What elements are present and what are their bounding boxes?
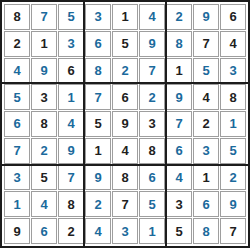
cell-r7c6[interactable]: 6 xyxy=(139,165,165,191)
cell-r8c1[interactable]: 1 xyxy=(4,191,30,217)
cell-r4c8[interactable]: 4 xyxy=(193,84,219,110)
cell-r1c6[interactable]: 4 xyxy=(139,4,165,30)
cell-r4c7[interactable]: 9 xyxy=(166,84,192,110)
cell-r4c1[interactable]: 5 xyxy=(4,84,30,110)
cell-r7c5[interactable]: 8 xyxy=(112,165,138,191)
cell-r2c5[interactable]: 5 xyxy=(112,31,138,57)
cell-r5c9[interactable]: 1 xyxy=(220,111,246,137)
cell-r6c1[interactable]: 7 xyxy=(4,138,30,164)
cell-r8c5[interactable]: 7 xyxy=(112,191,138,217)
cell-r1c8[interactable]: 9 xyxy=(193,4,219,30)
cell-r8c8[interactable]: 6 xyxy=(193,191,219,217)
sudoku-grid: 8753142962136598744968271535317629486845… xyxy=(4,4,246,244)
cell-r4c2[interactable]: 3 xyxy=(31,84,57,110)
cell-r9c3[interactable]: 2 xyxy=(58,218,84,244)
cell-r5c4[interactable]: 5 xyxy=(85,111,111,137)
cell-r2c9[interactable]: 4 xyxy=(220,31,246,57)
cell-r9c8[interactable]: 8 xyxy=(193,218,219,244)
cell-r5c6[interactable]: 3 xyxy=(139,111,165,137)
cell-r6c4[interactable]: 1 xyxy=(85,138,111,164)
cell-r8c4[interactable]: 2 xyxy=(85,191,111,217)
cell-r9c2[interactable]: 6 xyxy=(31,218,57,244)
cell-r7c9[interactable]: 2 xyxy=(220,165,246,191)
cell-r3c4[interactable]: 8 xyxy=(85,58,111,84)
cell-r8c6[interactable]: 5 xyxy=(139,191,165,217)
cell-r5c1[interactable]: 6 xyxy=(4,111,30,137)
cell-r3c1[interactable]: 4 xyxy=(4,58,30,84)
cell-r2c4[interactable]: 6 xyxy=(85,31,111,57)
cell-r6c2[interactable]: 2 xyxy=(31,138,57,164)
cell-r5c8[interactable]: 2 xyxy=(193,111,219,137)
cell-r3c8[interactable]: 5 xyxy=(193,58,219,84)
cell-r7c1[interactable]: 3 xyxy=(4,165,30,191)
cell-r8c3[interactable]: 8 xyxy=(58,191,84,217)
cell-r3c6[interactable]: 7 xyxy=(139,58,165,84)
cell-r8c9[interactable]: 9 xyxy=(220,191,246,217)
cell-r3c3[interactable]: 6 xyxy=(58,58,84,84)
cell-r5c2[interactable]: 8 xyxy=(31,111,57,137)
cell-r3c2[interactable]: 9 xyxy=(31,58,57,84)
cell-r1c7[interactable]: 2 xyxy=(166,4,192,30)
cell-r2c1[interactable]: 2 xyxy=(4,31,30,57)
cell-r2c7[interactable]: 8 xyxy=(166,31,192,57)
cell-r2c6[interactable]: 9 xyxy=(139,31,165,57)
cell-r4c6[interactable]: 2 xyxy=(139,84,165,110)
cell-r9c9[interactable]: 7 xyxy=(220,218,246,244)
cell-r7c7[interactable]: 4 xyxy=(166,165,192,191)
cell-r4c3[interactable]: 1 xyxy=(58,84,84,110)
cell-r9c5[interactable]: 3 xyxy=(112,218,138,244)
cell-r2c2[interactable]: 1 xyxy=(31,31,57,57)
cell-r1c3[interactable]: 5 xyxy=(58,4,84,30)
cell-r1c5[interactable]: 1 xyxy=(112,4,138,30)
cell-r2c8[interactable]: 7 xyxy=(193,31,219,57)
cell-r6c8[interactable]: 3 xyxy=(193,138,219,164)
cell-r3c7[interactable]: 1 xyxy=(166,58,192,84)
cell-r4c9[interactable]: 8 xyxy=(220,84,246,110)
cell-r1c1[interactable]: 8 xyxy=(4,4,30,30)
cell-r6c5[interactable]: 4 xyxy=(112,138,138,164)
cell-r9c1[interactable]: 9 xyxy=(4,218,30,244)
cell-r8c7[interactable]: 3 xyxy=(166,191,192,217)
cell-r7c8[interactable]: 1 xyxy=(193,165,219,191)
cell-r7c3[interactable]: 7 xyxy=(58,165,84,191)
cell-r8c2[interactable]: 4 xyxy=(31,191,57,217)
cell-r1c9[interactable]: 6 xyxy=(220,4,246,30)
cell-r5c3[interactable]: 4 xyxy=(58,111,84,137)
cell-r7c4[interactable]: 9 xyxy=(85,165,111,191)
cell-r4c4[interactable]: 7 xyxy=(85,84,111,110)
cell-r5c7[interactable]: 7 xyxy=(166,111,192,137)
cell-r9c4[interactable]: 4 xyxy=(85,218,111,244)
cell-r3c9[interactable]: 3 xyxy=(220,58,246,84)
cell-r7c2[interactable]: 5 xyxy=(31,165,57,191)
cell-r4c5[interactable]: 6 xyxy=(112,84,138,110)
cell-r1c4[interactable]: 3 xyxy=(85,4,111,30)
cell-r1c2[interactable]: 7 xyxy=(31,4,57,30)
cell-r6c3[interactable]: 9 xyxy=(58,138,84,164)
cell-r9c7[interactable]: 5 xyxy=(166,218,192,244)
cell-r6c6[interactable]: 8 xyxy=(139,138,165,164)
sudoku-board: 8753142962136598744968271535317629486845… xyxy=(0,0,250,248)
cell-r5c5[interactable]: 9 xyxy=(112,111,138,137)
cell-r9c6[interactable]: 1 xyxy=(139,218,165,244)
cell-r2c3[interactable]: 3 xyxy=(58,31,84,57)
cell-r6c9[interactable]: 5 xyxy=(220,138,246,164)
cell-r3c5[interactable]: 2 xyxy=(112,58,138,84)
cell-r6c7[interactable]: 6 xyxy=(166,138,192,164)
